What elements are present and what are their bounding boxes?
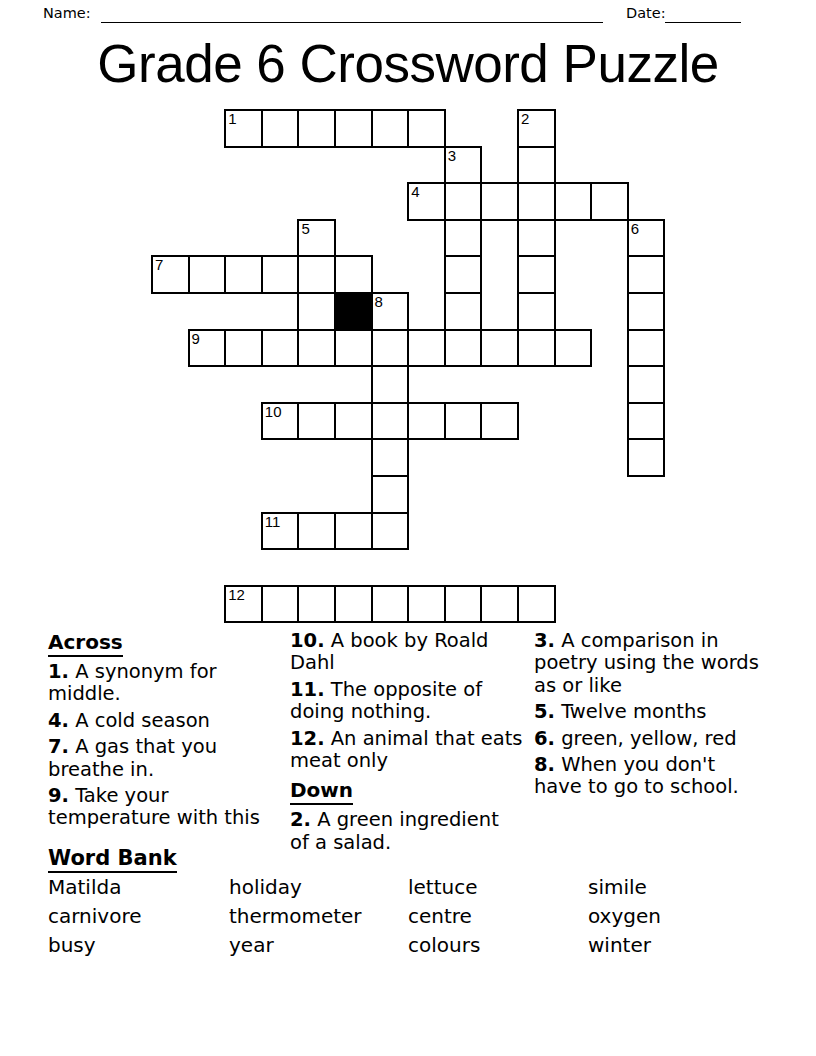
clue-number-label: 11. <box>290 678 325 701</box>
clue-6: 6. green, yellow, red <box>534 728 774 750</box>
grid-cell-r4c10[interactable] <box>517 255 556 294</box>
grid-cell-r13c2[interactable]: 12 <box>224 585 263 624</box>
grid-cell-r8c8[interactable] <box>444 402 483 441</box>
cell-number-9: 9 <box>192 331 200 347</box>
wordbank-word-colours: colours <box>408 931 480 960</box>
grid-cell-r0c2[interactable]: 1 <box>224 109 263 148</box>
grid-cell-r6c4[interactable] <box>297 329 336 368</box>
grid-cell-r13c4[interactable] <box>297 585 336 624</box>
wordbank-column-4: simileoxygenwinter <box>588 873 661 960</box>
clue-7: 7. A gas that you breathe in. <box>48 736 283 781</box>
grid-cell-r0c4[interactable] <box>297 109 336 148</box>
grid-cell-r4c13[interactable] <box>627 255 666 294</box>
grid-cell-r7c6[interactable] <box>371 365 410 404</box>
grid-cell-r4c4[interactable] <box>297 255 336 294</box>
cell-number-1: 1 <box>228 111 236 127</box>
grid-cell-r6c5[interactable] <box>334 329 373 368</box>
grid-cell-r11c5[interactable] <box>334 512 373 551</box>
clue-number-label: 10. <box>290 629 325 652</box>
across-heading: Across <box>48 630 123 657</box>
cell-number-7: 7 <box>155 257 163 273</box>
clue-number-label: 2. <box>290 808 311 831</box>
clue-number-label: 7. <box>48 735 69 758</box>
grid-cell-r6c3[interactable] <box>261 329 300 368</box>
grid-cell-r8c4[interactable] <box>297 402 336 441</box>
clue-9: 9. Take your temperature with this <box>48 785 283 830</box>
clue-number-label: 1. <box>48 660 69 683</box>
grid-cell-r4c3[interactable] <box>261 255 300 294</box>
grid-cell-r2c12[interactable] <box>590 182 629 221</box>
wordbank-word-busy: busy <box>48 931 142 960</box>
grid-cell-r0c5[interactable] <box>334 109 373 148</box>
grid-cell-r13c10[interactable] <box>517 585 556 624</box>
grid-cell-r6c7[interactable] <box>407 329 446 368</box>
grid-cell-r4c5[interactable] <box>334 255 373 294</box>
clue-1: 1. A synonym for middle. <box>48 661 283 706</box>
clue-number-label: 3. <box>534 629 555 652</box>
clue-number-label: 6. <box>534 727 555 750</box>
wordbank-word-centre: centre <box>408 902 480 931</box>
grid-cell-r10c6[interactable] <box>371 475 410 514</box>
cell-number-2: 2 <box>521 111 529 127</box>
clue-number-label: 8. <box>534 753 555 776</box>
wordbank-word-oxygen: oxygen <box>588 902 661 931</box>
wordbank-word-matilda: Matilda <box>48 873 142 902</box>
grid-cell-r7c13[interactable] <box>627 365 666 404</box>
cell-number-10: 10 <box>265 404 282 420</box>
cell-number-6: 6 <box>631 221 639 237</box>
page-title: Grade 6 Crossword Puzzle <box>0 38 816 90</box>
wordbank-word-carnivore: carnivore <box>48 902 142 931</box>
grid-cell-r1c8[interactable]: 3 <box>444 146 483 185</box>
grid-cell-r2c9[interactable] <box>480 182 519 221</box>
clue-number-label: 4. <box>48 709 69 732</box>
wordbank-word-year: year <box>229 931 362 960</box>
grid-cell-r11c3[interactable]: 11 <box>261 512 300 551</box>
wordbank-word-winter: winter <box>588 931 661 960</box>
clue-column-3: 3. A comparison in poetry using the word… <box>534 630 774 803</box>
black-cell <box>334 292 373 331</box>
grid-cell-r13c5[interactable] <box>334 585 373 624</box>
date-label: Date: <box>626 4 666 22</box>
grid-cell-r8c6[interactable] <box>371 402 410 441</box>
grid-cell-r5c13[interactable] <box>627 292 666 331</box>
cell-number-11: 11 <box>265 514 281 530</box>
grid-cell-r3c4[interactable]: 5 <box>297 219 336 258</box>
wordbank-column-2: holidaythermometeryear <box>229 873 362 960</box>
cell-number-5: 5 <box>301 221 309 237</box>
grid-cell-r4c0[interactable]: 7 <box>151 255 190 294</box>
clue-column-2: 10. A book by Roald Dahl11. The opposite… <box>290 630 530 858</box>
clue-number-label: 5. <box>534 700 555 723</box>
clue-3: 3. A comparison in poetry using the word… <box>534 630 774 697</box>
grid-cell-r2c10[interactable] <box>517 182 556 221</box>
grid-cell-r0c6[interactable] <box>371 109 410 148</box>
grid-cell-r2c8[interactable] <box>444 182 483 221</box>
grid-cell-r6c13[interactable] <box>627 329 666 368</box>
grid-cell-r6c9[interactable] <box>480 329 519 368</box>
grid-cell-r6c1[interactable]: 9 <box>188 329 227 368</box>
grid-cell-r13c9[interactable] <box>480 585 519 624</box>
cell-number-4: 4 <box>411 184 419 200</box>
name-line[interactable] <box>101 22 603 23</box>
clue-8: 8. When you don't have to go to school. <box>534 754 774 799</box>
clue-10: 10. A book by Roald Dahl <box>290 630 530 675</box>
clue-11: 11. The opposite of doing nothing. <box>290 679 530 724</box>
clue-5: 5. Twelve months <box>534 701 774 723</box>
crossword-grid: 123456789101112 <box>151 109 667 625</box>
clue-2: 2. A green ingredient of a salad. <box>290 809 530 854</box>
crossword-worksheet: Name: Date: Grade 6 Crossword Puzzle 123… <box>0 0 816 1056</box>
clue-4: 4. A cold season <box>48 710 283 732</box>
grid-cell-r6c11[interactable] <box>554 329 593 368</box>
grid-cell-r13c6[interactable] <box>371 585 410 624</box>
grid-cell-r4c1[interactable] <box>188 255 227 294</box>
grid-cell-r9c13[interactable] <box>627 438 666 477</box>
wordbank-word-lettuce: lettuce <box>408 873 480 902</box>
grid-cell-r8c5[interactable] <box>334 402 373 441</box>
grid-cell-r11c4[interactable] <box>297 512 336 551</box>
grid-cell-r5c8[interactable] <box>444 292 483 331</box>
grid-cell-r13c8[interactable] <box>444 585 483 624</box>
grid-cell-r0c7[interactable] <box>407 109 446 148</box>
grid-cell-r6c2[interactable] <box>224 329 263 368</box>
wordbank-column-1: Matildacarnivorebusy <box>48 873 142 960</box>
grid-cell-r8c9[interactable] <box>480 402 519 441</box>
grid-cell-r6c10[interactable] <box>517 329 556 368</box>
wordbank-column-3: lettucecentrecolours <box>408 873 480 960</box>
clue-number-label: 9. <box>48 784 69 807</box>
grid-cell-r3c8[interactable] <box>444 219 483 258</box>
grid-cell-r6c8[interactable] <box>444 329 483 368</box>
grid-cell-r3c10[interactable] <box>517 219 556 258</box>
grid-cell-r13c3[interactable] <box>261 585 300 624</box>
grid-cell-r2c7[interactable]: 4 <box>407 182 446 221</box>
grid-cell-r9c6[interactable] <box>371 438 410 477</box>
grid-cell-r1c10[interactable] <box>517 146 556 185</box>
cell-number-3: 3 <box>448 148 456 164</box>
grid-cell-r8c7[interactable] <box>407 402 446 441</box>
date-line[interactable] <box>665 22 741 23</box>
wordbank-word-thermometer: thermometer <box>229 902 362 931</box>
wordbank-word-simile: simile <box>588 873 661 902</box>
grid-cell-r0c3[interactable] <box>261 109 300 148</box>
cell-number-12: 12 <box>228 587 245 603</box>
grid-cell-r3c13[interactable]: 6 <box>627 219 666 258</box>
clue-column-1: Across1. A synonym for middle.4. A cold … <box>48 630 283 834</box>
wordbank-heading: Word Bank <box>48 846 177 873</box>
grid-cell-r2c11[interactable] <box>554 182 593 221</box>
grid-cell-r4c8[interactable] <box>444 255 483 294</box>
grid-cell-r8c13[interactable] <box>627 402 666 441</box>
clue-12: 12. An animal that eats meat only <box>290 728 530 773</box>
name-label: Name: <box>43 4 91 22</box>
grid-cell-r5c6[interactable]: 8 <box>371 292 410 331</box>
grid-cell-r5c4[interactable] <box>297 292 336 331</box>
grid-cell-r11c6[interactable] <box>371 512 410 551</box>
wordbank-word-holiday: holiday <box>229 873 362 902</box>
down-heading: Down <box>290 778 353 805</box>
grid-cell-r5c10[interactable] <box>517 292 556 331</box>
grid-cell-r0c10[interactable]: 2 <box>517 109 556 148</box>
clue-number-label: 12. <box>290 727 325 750</box>
grid-cell-r8c3[interactable]: 10 <box>261 402 300 441</box>
grid-cell-r13c7[interactable] <box>407 585 446 624</box>
grid-cell-r6c6[interactable] <box>371 329 410 368</box>
grid-cell-r4c2[interactable] <box>224 255 263 294</box>
cell-number-8: 8 <box>375 294 383 310</box>
